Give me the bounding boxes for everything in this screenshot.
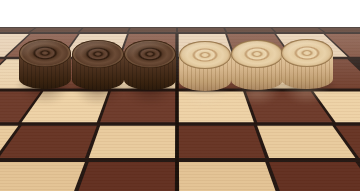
piece-top (124, 40, 176, 68)
rim-segment-2 (80, 28, 129, 32)
checker-piece-light-6[interactable]: ⛀ (281, 39, 333, 89)
rim-segment-6 (272, 28, 323, 32)
square-r4-c5 (269, 162, 360, 191)
square-r4-c4 (179, 162, 277, 191)
rim-segment-7 (319, 28, 360, 32)
rim-segment-4 (178, 28, 225, 32)
rim-segment-5 (225, 28, 274, 32)
piece-top (179, 41, 231, 69)
checker-piece-dark-3[interactable]: ⛂ (124, 40, 176, 90)
checkers-photo-scene: ⛂⛂⛂⛀⛀⛀ (0, 0, 360, 191)
rim-segment-1 (31, 28, 82, 32)
checker-piece-dark-1[interactable]: ⛂ (19, 39, 71, 89)
square-r3-c3 (89, 126, 176, 158)
checker-piece-light-4[interactable]: ⛀ (179, 41, 231, 91)
checker-piece-light-5[interactable]: ⛀ (231, 40, 283, 90)
piece-top (19, 39, 71, 67)
square-r3-c4 (179, 126, 266, 158)
rim-segment-0 (0, 28, 35, 32)
rim-segment-3 (129, 28, 176, 32)
piece-top (72, 40, 124, 68)
square-r4-c2 (0, 162, 85, 191)
checker-piece-dark-2[interactable]: ⛂ (72, 40, 124, 90)
piece-top (281, 39, 333, 67)
piece-top (231, 40, 283, 68)
square-r4-c3 (77, 162, 175, 191)
